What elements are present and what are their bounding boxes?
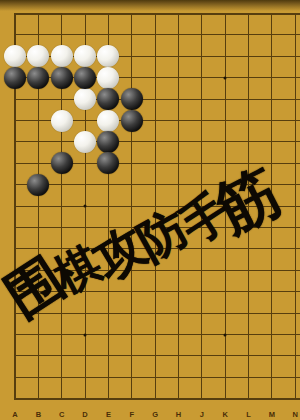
black-stone (51, 67, 73, 89)
coordinate-label: G (148, 410, 162, 419)
grid-line-vertical (248, 13, 249, 400)
coordinate-label: B (31, 410, 45, 419)
coordinate-label: C (55, 410, 69, 419)
grid-line-horizontal (14, 334, 300, 335)
black-stone (97, 152, 119, 174)
black-stone (74, 67, 96, 89)
coordinate-label: N (288, 410, 300, 419)
coordinate-label: F (125, 410, 139, 419)
grid-line-vertical (201, 13, 202, 400)
grid-line-horizontal (14, 355, 300, 356)
grid-line-vertical (271, 13, 272, 400)
grid-line-horizontal (14, 227, 300, 228)
grid-line-horizontal (14, 141, 300, 142)
calligraphy-char: 手 (169, 181, 240, 256)
calligraphy-char: 防 (127, 198, 198, 274)
white-stone (74, 45, 96, 67)
coordinate-label: J (195, 410, 209, 419)
grid-line-horizontal (14, 270, 300, 271)
black-stone (27, 174, 49, 196)
calligraphy-char: 攻 (82, 213, 157, 293)
grid-line-horizontal (14, 184, 300, 185)
white-stone (97, 110, 119, 132)
grid-line-vertical (131, 13, 132, 400)
grid-line-horizontal (14, 313, 300, 314)
star-point (224, 205, 227, 208)
black-stone (97, 88, 119, 110)
grid-line-vertical (178, 13, 179, 400)
grid-line-horizontal (14, 34, 300, 35)
black-stone (4, 67, 26, 89)
grid-line-horizontal (14, 206, 300, 207)
grid-line-horizontal (14, 291, 300, 292)
grid-line-horizontal (14, 13, 300, 15)
grid-line-horizontal (14, 377, 300, 378)
black-stone (121, 110, 143, 132)
grid-line-vertical (155, 13, 156, 400)
board-top-bevel (0, 0, 300, 11)
grid-line-horizontal (14, 398, 300, 400)
white-stone (4, 45, 26, 67)
white-stone (97, 45, 119, 67)
coordinate-label: L (242, 410, 256, 419)
coordinate-label: A (8, 410, 22, 419)
white-stone (51, 45, 73, 67)
grid-line-horizontal (14, 99, 300, 100)
grid-line-horizontal (14, 248, 300, 249)
white-stone (51, 110, 73, 132)
star-point (224, 333, 227, 336)
white-stone (97, 67, 119, 89)
go-board[interactable]: ABCDEFGHJKLMN 围棋攻防手筋 (0, 0, 300, 420)
calligraphy-title: 围棋攻防手筋 (2, 148, 300, 324)
black-stone (27, 67, 49, 89)
black-stone (51, 152, 73, 174)
white-stone (74, 88, 96, 110)
coordinate-label: D (78, 410, 92, 419)
black-stone (97, 131, 119, 153)
black-stone (121, 88, 143, 110)
coordinate-label: M (265, 410, 279, 419)
white-stone (74, 131, 96, 153)
grid-line-vertical (295, 13, 296, 400)
coordinate-label: H (171, 410, 185, 419)
white-stone (27, 45, 49, 67)
coordinate-label: K (218, 410, 232, 419)
coordinate-label: E (101, 410, 115, 419)
star-point (224, 76, 227, 79)
star-point (84, 333, 87, 336)
star-point (84, 205, 87, 208)
